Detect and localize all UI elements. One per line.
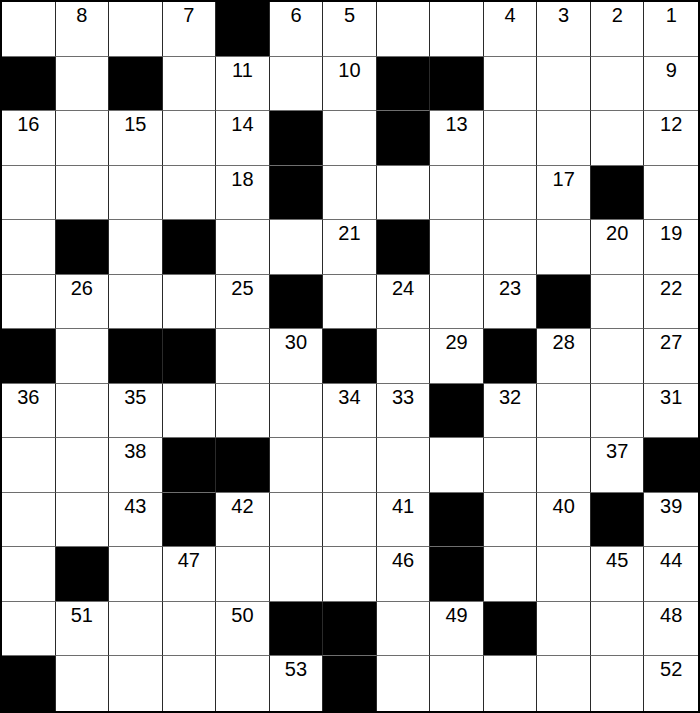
clue-number: 32: [484, 387, 537, 407]
clue-number: 13: [430, 114, 483, 134]
white-cell[interactable]: [430, 166, 484, 221]
white-cell[interactable]: 39: [644, 493, 698, 548]
clue-number: 52: [644, 659, 698, 679]
white-cell[interactable]: [430, 2, 484, 57]
white-cell[interactable]: 45: [591, 547, 645, 602]
white-cell[interactable]: 22: [644, 275, 698, 330]
white-cell[interactable]: [484, 438, 538, 493]
black-cell: [377, 57, 431, 112]
black-cell: [430, 57, 484, 112]
white-cell[interactable]: 33: [377, 384, 431, 439]
clue-number: 46: [377, 550, 430, 570]
white-cell[interactable]: [270, 493, 324, 548]
white-cell[interactable]: 8: [56, 2, 110, 57]
black-cell: [537, 275, 591, 330]
clue-number: 33: [377, 387, 430, 407]
white-cell[interactable]: 36: [2, 384, 56, 439]
white-cell[interactable]: 20: [591, 220, 645, 275]
white-cell[interactable]: [537, 656, 591, 711]
white-cell[interactable]: [537, 57, 591, 112]
white-cell[interactable]: [109, 602, 163, 657]
white-cell[interactable]: [484, 166, 538, 221]
white-cell[interactable]: [591, 602, 645, 657]
white-cell[interactable]: 46: [377, 547, 431, 602]
white-cell[interactable]: [591, 111, 645, 166]
white-cell[interactable]: [216, 329, 270, 384]
clue-number: 27: [644, 332, 698, 352]
black-cell: [2, 329, 56, 384]
white-cell[interactable]: [56, 438, 110, 493]
black-cell: [430, 384, 484, 439]
white-cell[interactable]: 7: [163, 2, 217, 57]
clue-number: 35: [109, 387, 162, 407]
clue-number: 26: [56, 278, 109, 298]
black-cell: [430, 547, 484, 602]
black-cell: [430, 493, 484, 548]
white-cell[interactable]: 23: [484, 275, 538, 330]
white-cell[interactable]: 1: [644, 2, 698, 57]
white-cell[interactable]: 53: [270, 656, 324, 711]
clue-number: 7: [163, 5, 216, 25]
white-cell[interactable]: [163, 166, 217, 221]
clue-number: 48: [644, 605, 698, 625]
white-cell[interactable]: [484, 656, 538, 711]
white-cell[interactable]: 19: [644, 220, 698, 275]
clue-number: 41: [377, 496, 430, 516]
white-cell[interactable]: 30: [270, 329, 324, 384]
white-cell[interactable]: [270, 438, 324, 493]
white-cell[interactable]: [109, 220, 163, 275]
white-cell[interactable]: 14: [216, 111, 270, 166]
black-cell: [591, 493, 645, 548]
white-cell[interactable]: [216, 547, 270, 602]
white-cell[interactable]: [377, 329, 431, 384]
clue-number: 39: [644, 496, 698, 516]
clue-number: 30: [270, 332, 323, 352]
white-cell[interactable]: [377, 2, 431, 57]
white-cell[interactable]: 50: [216, 602, 270, 657]
crossword-board: 8765432111109161514131218172120192625242…: [0, 0, 700, 713]
white-cell[interactable]: [484, 57, 538, 112]
clue-number: 17: [537, 169, 590, 189]
white-cell[interactable]: 28: [537, 329, 591, 384]
clue-number: 44: [644, 550, 698, 570]
white-cell[interactable]: [537, 547, 591, 602]
black-cell: [56, 220, 110, 275]
white-cell[interactable]: [537, 111, 591, 166]
white-cell[interactable]: 6: [270, 2, 324, 57]
white-cell[interactable]: [323, 275, 377, 330]
white-cell[interactable]: [2, 493, 56, 548]
white-cell[interactable]: 41: [377, 493, 431, 548]
white-cell[interactable]: [377, 166, 431, 221]
white-cell[interactable]: [56, 57, 110, 112]
white-cell[interactable]: 31: [644, 384, 698, 439]
white-cell[interactable]: [430, 656, 484, 711]
black-cell: [377, 111, 431, 166]
white-cell[interactable]: [537, 384, 591, 439]
clue-number: 25: [216, 278, 269, 298]
clue-number: 20: [591, 223, 644, 243]
black-cell: [270, 111, 324, 166]
white-cell[interactable]: 29: [430, 329, 484, 384]
white-cell[interactable]: 34: [323, 384, 377, 439]
white-cell[interactable]: 44: [644, 547, 698, 602]
clue-number: 47: [163, 550, 216, 570]
black-cell: [484, 602, 538, 657]
white-cell[interactable]: [270, 220, 324, 275]
black-cell: [323, 602, 377, 657]
clue-number: 15: [109, 114, 162, 134]
clue-number: 1: [644, 5, 698, 25]
clue-number: 5: [323, 5, 376, 25]
white-cell[interactable]: 51: [56, 602, 110, 657]
black-cell: [56, 547, 110, 602]
clue-number: 38: [109, 441, 162, 461]
white-cell[interactable]: 3: [537, 2, 591, 57]
black-cell: [109, 329, 163, 384]
white-cell[interactable]: [591, 57, 645, 112]
clue-number: 40: [537, 496, 590, 516]
black-cell: [270, 275, 324, 330]
white-cell[interactable]: [430, 275, 484, 330]
white-cell[interactable]: [537, 438, 591, 493]
white-cell[interactable]: [484, 111, 538, 166]
white-cell[interactable]: [323, 493, 377, 548]
white-cell[interactable]: [163, 384, 217, 439]
clue-number: 10: [323, 60, 376, 80]
white-cell[interactable]: [270, 57, 324, 112]
clue-number: 36: [2, 387, 55, 407]
clue-number: 4: [484, 5, 537, 25]
white-cell[interactable]: 18: [216, 166, 270, 221]
clue-number: 37: [591, 441, 644, 461]
clue-number: 51: [56, 605, 109, 625]
white-cell[interactable]: [377, 602, 431, 657]
clue-number: 6: [270, 5, 323, 25]
white-cell[interactable]: 35: [109, 384, 163, 439]
white-cell[interactable]: [56, 493, 110, 548]
clue-number: 21: [323, 223, 376, 243]
black-cell: [270, 602, 324, 657]
white-cell[interactable]: [109, 656, 163, 711]
white-cell[interactable]: [270, 384, 324, 439]
white-cell[interactable]: 24: [377, 275, 431, 330]
clue-number: 3: [537, 5, 590, 25]
white-cell[interactable]: [216, 220, 270, 275]
white-cell[interactable]: 48: [644, 602, 698, 657]
white-cell[interactable]: 43: [109, 493, 163, 548]
white-cell[interactable]: 4: [484, 2, 538, 57]
white-cell[interactable]: [270, 547, 324, 602]
white-cell[interactable]: [377, 656, 431, 711]
white-cell[interactable]: 42: [216, 493, 270, 548]
white-cell[interactable]: [56, 329, 110, 384]
clue-number: 24: [377, 278, 430, 298]
black-cell: [2, 57, 56, 112]
white-cell[interactable]: [2, 220, 56, 275]
black-cell: [270, 166, 324, 221]
white-cell[interactable]: [591, 275, 645, 330]
clue-number: 9: [644, 60, 698, 80]
white-cell[interactable]: 13: [430, 111, 484, 166]
white-cell[interactable]: [2, 275, 56, 330]
white-cell[interactable]: [163, 275, 217, 330]
white-cell[interactable]: [591, 384, 645, 439]
white-cell[interactable]: [2, 166, 56, 221]
white-cell[interactable]: [163, 57, 217, 112]
white-cell[interactable]: [163, 111, 217, 166]
clue-number: 28: [537, 332, 590, 352]
white-cell[interactable]: [109, 547, 163, 602]
white-cell[interactable]: 26: [56, 275, 110, 330]
white-cell[interactable]: [430, 220, 484, 275]
clue-number: 31: [644, 387, 698, 407]
white-cell[interactable]: [430, 438, 484, 493]
white-cell[interactable]: [109, 2, 163, 57]
white-cell[interactable]: [163, 656, 217, 711]
white-cell[interactable]: [56, 656, 110, 711]
black-cell: [484, 329, 538, 384]
black-cell: [644, 438, 698, 493]
black-cell: [323, 329, 377, 384]
clue-number: 19: [644, 223, 698, 243]
clue-number: 43: [109, 496, 162, 516]
black-cell: [163, 329, 217, 384]
white-cell[interactable]: 5: [323, 2, 377, 57]
black-cell: [163, 220, 217, 275]
white-cell[interactable]: 12: [644, 111, 698, 166]
white-cell[interactable]: 27: [644, 329, 698, 384]
white-cell[interactable]: [2, 602, 56, 657]
white-cell[interactable]: 52: [644, 656, 698, 711]
white-cell[interactable]: 2: [591, 2, 645, 57]
clue-number: 11: [216, 60, 269, 80]
white-cell[interactable]: [109, 275, 163, 330]
white-cell[interactable]: 9: [644, 57, 698, 112]
black-cell: [377, 220, 431, 275]
white-cell[interactable]: [537, 220, 591, 275]
white-cell[interactable]: [216, 656, 270, 711]
white-cell[interactable]: 25: [216, 275, 270, 330]
white-cell[interactable]: [2, 2, 56, 57]
white-cell[interactable]: 37: [591, 438, 645, 493]
white-cell[interactable]: [323, 547, 377, 602]
white-cell[interactable]: 49: [430, 602, 484, 657]
white-cell[interactable]: 21: [323, 220, 377, 275]
black-cell: [2, 656, 56, 711]
white-cell[interactable]: 10: [323, 57, 377, 112]
white-cell[interactable]: 40: [537, 493, 591, 548]
clue-number: 23: [484, 278, 537, 298]
clue-number: 45: [591, 550, 644, 570]
white-cell[interactable]: 32: [484, 384, 538, 439]
black-cell: [216, 438, 270, 493]
black-cell: [109, 57, 163, 112]
white-cell[interactable]: 47: [163, 547, 217, 602]
white-cell[interactable]: [323, 438, 377, 493]
white-cell[interactable]: 16: [2, 111, 56, 166]
black-cell: [163, 438, 217, 493]
clue-number: 2: [591, 5, 644, 25]
white-cell[interactable]: [484, 493, 538, 548]
white-cell[interactable]: [163, 602, 217, 657]
black-cell: [216, 2, 270, 57]
white-cell[interactable]: [56, 111, 110, 166]
white-cell[interactable]: [591, 329, 645, 384]
white-cell[interactable]: [591, 656, 645, 711]
clue-number: 29: [430, 332, 483, 352]
clue-number: 14: [216, 114, 269, 134]
white-cell[interactable]: [109, 166, 163, 221]
clue-number: 53: [270, 659, 323, 679]
clue-number: 49: [430, 605, 483, 625]
white-cell[interactable]: [56, 384, 110, 439]
white-cell[interactable]: [323, 111, 377, 166]
clue-number: 34: [323, 387, 376, 407]
white-cell[interactable]: [644, 166, 698, 221]
white-cell[interactable]: [484, 220, 538, 275]
white-cell[interactable]: 38: [109, 438, 163, 493]
white-cell[interactable]: 17: [537, 166, 591, 221]
black-cell: [323, 656, 377, 711]
clue-number: 8: [56, 5, 109, 25]
clue-number: 12: [644, 114, 698, 134]
black-cell: [163, 493, 217, 548]
white-cell[interactable]: [537, 602, 591, 657]
black-cell: [591, 166, 645, 221]
clue-number: 22: [644, 278, 698, 298]
clue-number: 50: [216, 605, 269, 625]
white-cell[interactable]: [2, 547, 56, 602]
white-cell[interactable]: [323, 166, 377, 221]
white-cell[interactable]: [377, 438, 431, 493]
white-cell[interactable]: [2, 438, 56, 493]
white-cell[interactable]: 11: [216, 57, 270, 112]
white-cell[interactable]: 15: [109, 111, 163, 166]
clue-number: 18: [216, 169, 269, 189]
white-cell[interactable]: [216, 384, 270, 439]
clue-number: 16: [2, 114, 55, 134]
white-cell[interactable]: [56, 166, 110, 221]
clue-number: 42: [216, 496, 269, 516]
white-cell[interactable]: [484, 547, 538, 602]
